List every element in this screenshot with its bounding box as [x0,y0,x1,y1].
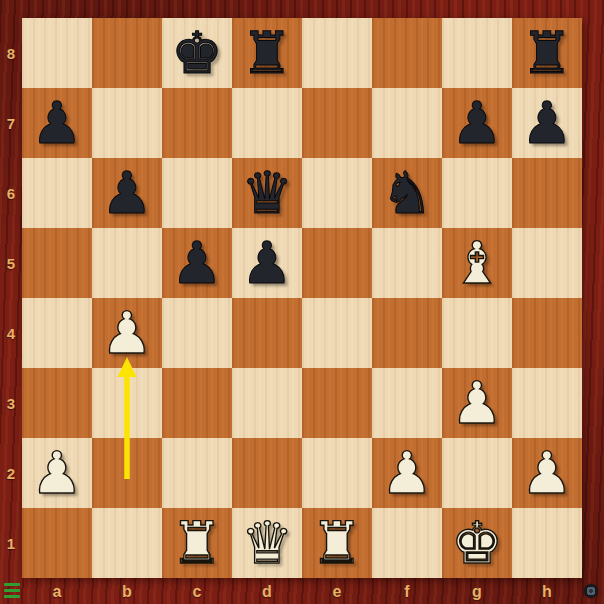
piece-white-pawn[interactable]: ♟ [512,438,582,508]
piece-white-pawn[interactable]: ♟ [22,438,92,508]
square-f5[interactable] [372,228,442,298]
square-g5[interactable]: ♝ [442,228,512,298]
square-c1[interactable]: ♜ [162,508,232,578]
rank-label-5: 5 [0,228,22,298]
square-f3[interactable] [372,368,442,438]
square-d2[interactable] [232,438,302,508]
square-b4[interactable]: ♟ [92,298,162,368]
square-h2[interactable]: ♟ [512,438,582,508]
square-a8[interactable] [22,18,92,88]
piece-black-pawn[interactable]: ♟ [92,158,162,228]
square-f1[interactable] [372,508,442,578]
square-f7[interactable] [372,88,442,158]
piece-black-pawn[interactable]: ♟ [162,228,232,298]
square-b6[interactable]: ♟ [92,158,162,228]
file-label-d: d [232,580,302,604]
square-e4[interactable] [302,298,372,368]
square-e6[interactable] [302,158,372,228]
square-a6[interactable] [22,158,92,228]
square-h5[interactable] [512,228,582,298]
file-label-b: b [92,580,162,604]
square-c7[interactable] [162,88,232,158]
square-e8[interactable] [302,18,372,88]
square-h4[interactable] [512,298,582,368]
rank-label-3: 3 [0,368,22,438]
square-b5[interactable] [92,228,162,298]
square-a3[interactable] [22,368,92,438]
square-h1[interactable] [512,508,582,578]
square-b2[interactable] [92,438,162,508]
rank-label-7: 7 [0,88,22,158]
piece-black-rook[interactable]: ♜ [232,18,302,88]
square-a4[interactable] [22,298,92,368]
piece-black-pawn[interactable]: ♟ [512,88,582,158]
file-label-g: g [442,580,512,604]
square-e3[interactable] [302,368,372,438]
square-g4[interactable] [442,298,512,368]
square-c5[interactable]: ♟ [162,228,232,298]
piece-black-queen[interactable]: ♛ [232,158,302,228]
square-b3[interactable] [92,368,162,438]
square-b8[interactable] [92,18,162,88]
square-h3[interactable] [512,368,582,438]
rank-label-2: 2 [0,438,22,508]
square-g6[interactable] [442,158,512,228]
square-d3[interactable] [232,368,302,438]
rank-label-8: 8 [0,18,22,88]
piece-white-king[interactable]: ♚ [442,508,512,578]
rank-label-6: 6 [0,158,22,228]
square-a7[interactable]: ♟ [22,88,92,158]
square-b1[interactable] [92,508,162,578]
square-f4[interactable] [372,298,442,368]
square-c2[interactable] [162,438,232,508]
piece-white-pawn[interactable]: ♟ [372,438,442,508]
square-g3[interactable]: ♟ [442,368,512,438]
square-e7[interactable] [302,88,372,158]
square-e2[interactable] [302,438,372,508]
corner-pin-icon [584,584,598,598]
square-e1[interactable]: ♜ [302,508,372,578]
file-label-h: h [512,580,582,604]
piece-white-pawn[interactable]: ♟ [92,298,162,368]
square-d6[interactable]: ♛ [232,158,302,228]
piece-black-king[interactable]: ♚ [162,18,232,88]
piece-black-pawn[interactable]: ♟ [442,88,512,158]
square-d8[interactable]: ♜ [232,18,302,88]
chess-board[interactable]: ♚♜♜♟♟♟♟♛♞♟♟♝♟♟♟♟♟♜♛♜♚ [22,18,582,578]
piece-black-pawn[interactable]: ♟ [232,228,302,298]
square-d4[interactable] [232,298,302,368]
square-d7[interactable] [232,88,302,158]
square-d1[interactable]: ♛ [232,508,302,578]
square-d5[interactable]: ♟ [232,228,302,298]
piece-white-queen[interactable]: ♛ [232,508,302,578]
square-c6[interactable] [162,158,232,228]
square-a2[interactable]: ♟ [22,438,92,508]
piece-white-rook[interactable]: ♜ [162,508,232,578]
square-g7[interactable]: ♟ [442,88,512,158]
square-g1[interactable]: ♚ [442,508,512,578]
square-a5[interactable] [22,228,92,298]
chess-app: ♚♜♜♟♟♟♟♛♞♟♟♝♟♟♟♟♟♜♛♜♚ 87654321 abcdefgh [0,0,604,604]
square-h6[interactable] [512,158,582,228]
piece-black-knight[interactable]: ♞ [372,158,442,228]
square-c3[interactable] [162,368,232,438]
piece-white-rook[interactable]: ♜ [302,508,372,578]
piece-black-rook[interactable]: ♜ [512,18,582,88]
rank-label-1: 1 [0,508,22,578]
square-h8[interactable]: ♜ [512,18,582,88]
piece-white-pawn[interactable]: ♟ [442,368,512,438]
square-g8[interactable] [442,18,512,88]
square-g2[interactable] [442,438,512,508]
square-h7[interactable]: ♟ [512,88,582,158]
square-a1[interactable] [22,508,92,578]
square-c8[interactable]: ♚ [162,18,232,88]
piece-white-bishop[interactable]: ♝ [442,228,512,298]
hamburger-menu-icon[interactable] [4,583,20,598]
file-label-a: a [22,580,92,604]
file-label-c: c [162,580,232,604]
square-c4[interactable] [162,298,232,368]
square-b7[interactable] [92,88,162,158]
file-label-e: e [302,580,372,604]
square-f8[interactable] [372,18,442,88]
square-e5[interactable] [302,228,372,298]
rank-label-4: 4 [0,298,22,368]
square-f2[interactable]: ♟ [372,438,442,508]
file-label-f: f [372,580,442,604]
piece-black-pawn[interactable]: ♟ [22,88,92,158]
square-f6[interactable]: ♞ [372,158,442,228]
